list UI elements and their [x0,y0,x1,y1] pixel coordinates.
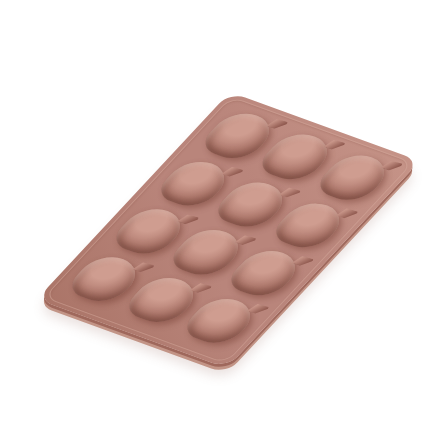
cavity-grid [59,105,401,353]
product-photo-scene [0,0,448,448]
silicone-mold [37,92,420,368]
